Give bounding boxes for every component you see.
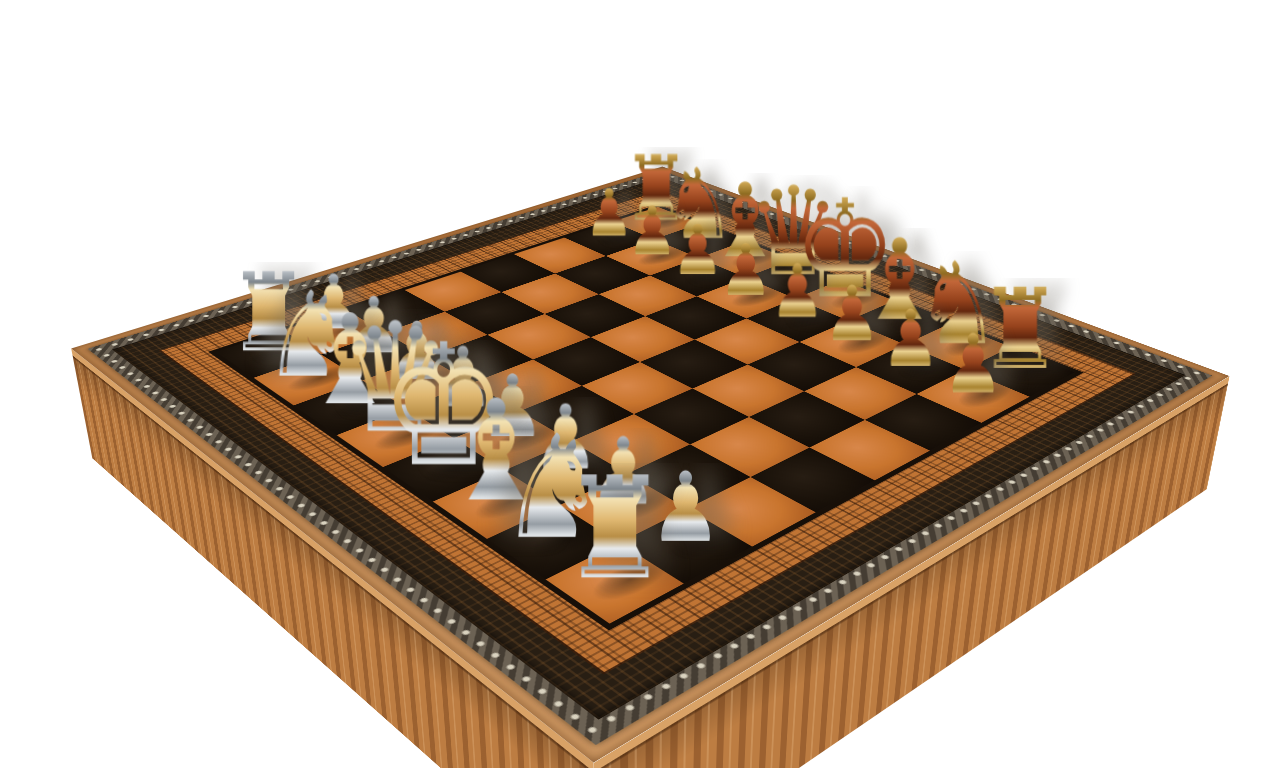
chessboard-case-top: ♜♞♝♛♚♝♞♜♟♟♟♟♟♟♟♟♟♟♟♟♟♟♟♟♜♞♝♛♚♝♞♜ bbox=[71, 166, 1229, 762]
